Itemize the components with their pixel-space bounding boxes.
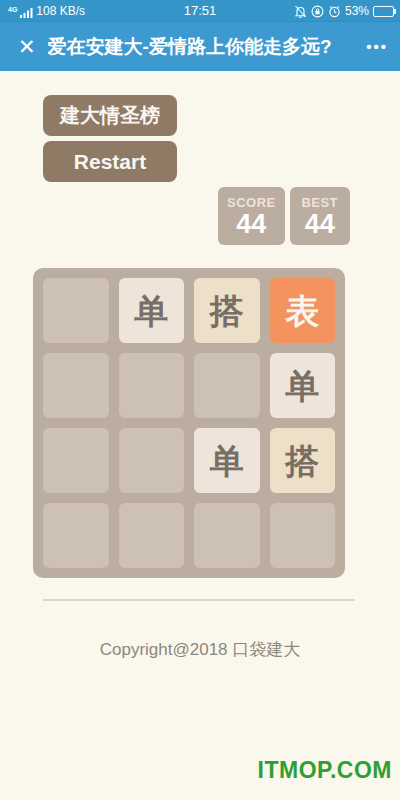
mute-bell-icon	[294, 5, 307, 18]
tile-4: 搭	[194, 278, 260, 343]
page-title: 爱在安建大-爱情路上你能走多远?	[48, 34, 361, 60]
battery-icon	[373, 6, 394, 17]
status-icons: 53%	[294, 0, 394, 22]
more-menu-icon[interactable]: •••	[366, 38, 388, 55]
battery-percent: 53%	[345, 4, 369, 18]
empty-cell	[119, 503, 185, 568]
close-icon[interactable]: ✕	[18, 35, 36, 59]
site-watermark: ITMOP.COM	[258, 757, 392, 784]
app-screen: 4G 108 KB/s 17:51 53% ✕ 爱在安建大-爱情路上你能走多远?…	[0, 0, 400, 800]
restart-button[interactable]: Restart	[43, 141, 177, 182]
tile-2: 单	[194, 428, 260, 493]
scoreboard: SCORE 44 BEST 44	[218, 187, 350, 245]
empty-cell	[270, 503, 336, 568]
best-label: BEST	[301, 195, 338, 210]
alarm-clock-icon	[328, 5, 341, 18]
empty-cell	[43, 428, 109, 493]
score-label: SCORE	[227, 195, 276, 210]
game-board[interactable]: 单搭表单单搭	[33, 268, 345, 578]
tile-4: 搭	[270, 428, 336, 493]
nav-bar: ✕ 爱在安建大-爱情路上你能走多远? •••	[0, 22, 400, 71]
divider-line	[43, 599, 355, 601]
rotation-lock-icon	[311, 5, 324, 18]
empty-cell	[43, 353, 109, 418]
empty-cell	[43, 278, 109, 343]
empty-cell	[194, 353, 260, 418]
tile-2: 单	[119, 278, 185, 343]
copyright-text: Copyright@2018 口袋建大	[0, 638, 400, 661]
score-box: SCORE 44	[218, 187, 285, 245]
empty-cell	[194, 503, 260, 568]
best-box: BEST 44	[290, 187, 350, 245]
empty-cell	[119, 428, 185, 493]
leaderboard-button[interactable]: 建大情圣榜	[43, 95, 177, 136]
tile-2: 单	[270, 353, 336, 418]
best-value: 44	[305, 210, 335, 239]
score-value: 44	[236, 210, 266, 239]
tile-8: 表	[270, 278, 336, 343]
status-bar: 4G 108 KB/s 17:51 53%	[0, 0, 400, 22]
empty-cell	[43, 503, 109, 568]
empty-cell	[119, 353, 185, 418]
